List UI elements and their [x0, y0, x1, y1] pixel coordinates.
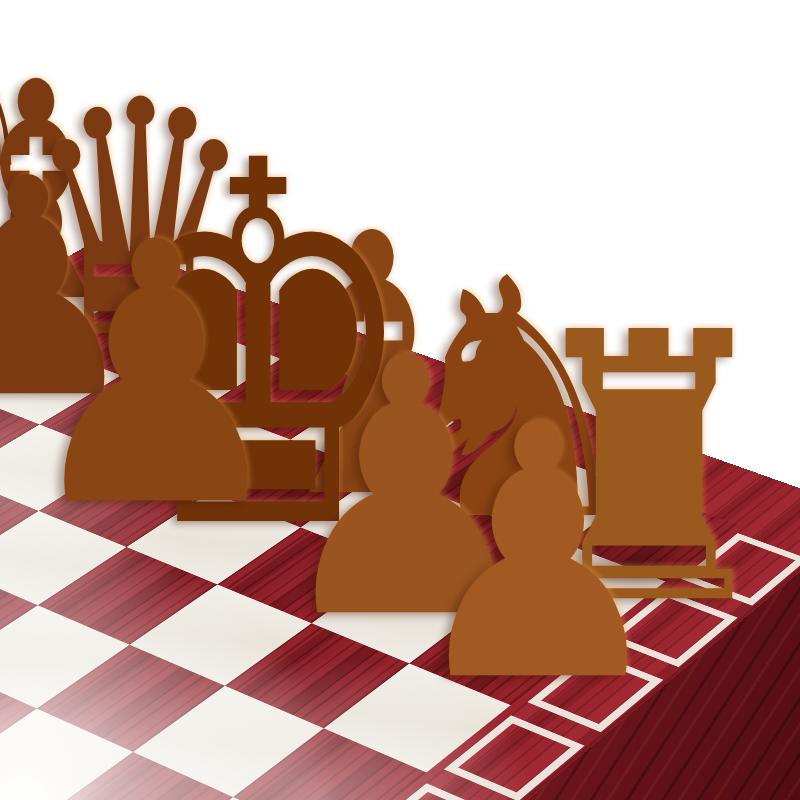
piece-pawn-g6: ♟ [405, 379, 672, 729]
chess-product-photo: ♞♝♛♟♝♚♟♞♜♟♟ [0, 0, 800, 800]
pieces-layer: ♞♝♛♟♝♚♟♞♜♟♟ [0, 0, 800, 800]
piece-pawn-d6: ♟ [19, 196, 293, 556]
